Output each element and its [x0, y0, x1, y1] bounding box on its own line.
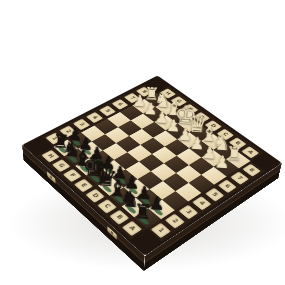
chess-piece-black-rook[interactable]: ♜ [133, 201, 153, 223]
product-photo: HGFEDCBA8♜♞♝♚♛♝♞♜87♟♟♟♟♟♟♟♟7665544332♟♟♟… [0, 0, 285, 285]
clasp-icon [46, 170, 55, 184]
board-square[interactable] [139, 154, 164, 171]
file-label-text: B [110, 210, 130, 225]
file-label-text: A [241, 146, 259, 158]
clasp-icon [107, 225, 117, 240]
rank-label-text: 5 [205, 187, 224, 201]
chess-piece-white-pawn[interactable]: ♟ [214, 154, 230, 172]
